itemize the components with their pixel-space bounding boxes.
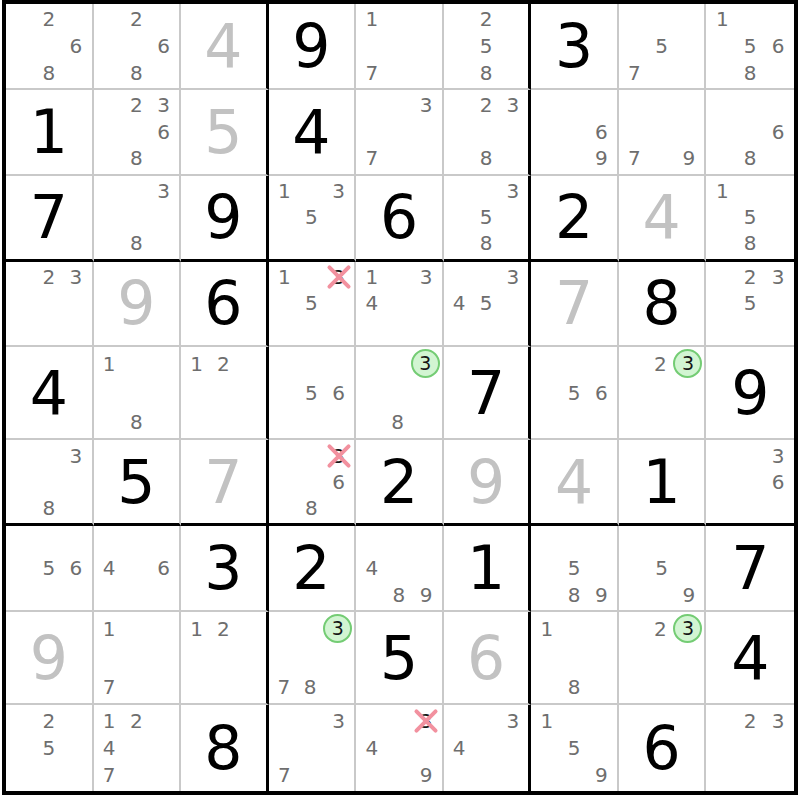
candidate-6[interactable]: 6 — [157, 36, 170, 56]
cell-r8c8[interactable]: 23 — [619, 612, 707, 705]
given-digit: 2 — [555, 187, 593, 247]
cell-r4c3[interactable]: 6 — [181, 262, 269, 348]
circled-candidate-3[interactable]: 3 — [673, 349, 702, 378]
candidate-slot-5: 5 — [35, 558, 62, 578]
cell-r9c8[interactable]: 6 — [619, 705, 707, 791]
candidate-6[interactable]: 6 — [772, 122, 785, 142]
candidate-3[interactable]: 3 — [507, 181, 520, 201]
cell-r7c5[interactable]: 489 — [356, 526, 444, 612]
candidate-3[interactable]: 3 — [772, 711, 785, 731]
candidate-slot-5: 5 — [561, 738, 588, 758]
candidate-slot-8: 8 — [561, 677, 588, 697]
candidate-1[interactable]: 1 — [278, 181, 291, 201]
cell-r2c7[interactable]: 69 — [531, 90, 619, 176]
candidate-5[interactable]: 5 — [480, 207, 493, 227]
candidate-2[interactable]: 2 — [654, 354, 667, 374]
candidate-6[interactable]: 6 — [772, 472, 785, 492]
candidate-slot-6: 6 — [150, 122, 177, 142]
candidate-slot-3: 3 — [413, 711, 440, 731]
candidate-slot-5: 5 — [736, 36, 764, 56]
candidate-4[interactable]: 4 — [453, 293, 466, 313]
candidate-8[interactable]: 8 — [744, 233, 757, 253]
candidate-8[interactable]: 8 — [744, 63, 757, 83]
candidate-5[interactable]: 5 — [305, 383, 318, 403]
candidate-5[interactable]: 5 — [480, 293, 493, 313]
cell-r3c8[interactable]: 4 — [619, 176, 707, 262]
cell-r5c8[interactable]: 23 — [619, 347, 707, 440]
circled-candidate-3[interactable]: 3 — [323, 614, 352, 643]
candidate-slot-3: 3 — [499, 181, 526, 201]
candidate-3[interactable]: 3 — [420, 267, 433, 287]
candidate-slot-5: 5 — [298, 383, 325, 403]
candidate-5[interactable]: 5 — [568, 383, 581, 403]
candidate-slot-3: 3 — [150, 181, 177, 201]
candidate-slot-3: 3 — [413, 95, 440, 115]
given-digit: 2 — [292, 538, 330, 598]
candidate-8[interactable]: 8 — [480, 63, 493, 83]
candidate-slot-7: 7 — [271, 677, 297, 697]
eliminated-candidate-3[interactable]: 3 — [332, 267, 345, 287]
cell-r9c4[interactable]: 37 — [269, 705, 357, 791]
candidate-slot-6: 6 — [764, 122, 792, 142]
cell-r6c8[interactable]: 1 — [619, 440, 707, 526]
cell-r1c6[interactable]: 258 — [444, 4, 532, 90]
cell-r1c8[interactable]: 57 — [619, 4, 707, 90]
candidate-8[interactable]: 8 — [568, 677, 581, 697]
candidate-3[interactable]: 3 — [507, 95, 520, 115]
cell-r7c6[interactable]: 1 — [444, 526, 532, 612]
candidate-1[interactable]: 1 — [190, 619, 203, 639]
candidate-slot-3: 3 — [764, 446, 792, 466]
candidate-slot-8: 8 — [123, 233, 150, 253]
candidate-9[interactable]: 9 — [420, 585, 433, 605]
candidate-1[interactable]: 1 — [103, 354, 116, 374]
candidate-9[interactable]: 9 — [595, 585, 608, 605]
candidate-slot-3: 3 — [411, 349, 440, 378]
solved-digit: 9 — [30, 628, 68, 688]
given-digit: 4 — [731, 628, 769, 688]
candidate-slot-3: 3 — [62, 267, 89, 287]
cell-r8c7[interactable]: 18 — [531, 612, 619, 705]
candidate-3[interactable]: 3 — [420, 95, 433, 115]
candidate-slot-9: 9 — [588, 585, 615, 605]
cell-r1c1[interactable]: 268 — [6, 4, 94, 90]
candidate-5[interactable]: 5 — [42, 738, 55, 758]
cell-r8c1[interactable]: 9 — [6, 612, 94, 705]
eliminated-candidate-3[interactable]: 3 — [332, 446, 345, 466]
candidate-2[interactable]: 2 — [480, 9, 493, 29]
candidate-8[interactable]: 8 — [744, 148, 757, 168]
candidate-2[interactable]: 2 — [744, 711, 757, 731]
cell-r4c8[interactable]: 8 — [619, 262, 707, 348]
candidate-1[interactable]: 1 — [278, 267, 291, 287]
candidate-4[interactable]: 4 — [103, 738, 116, 758]
cell-r3c5[interactable]: 6 — [356, 176, 444, 262]
candidate-5[interactable]: 5 — [568, 558, 581, 578]
candidate-5[interactable]: 5 — [305, 293, 318, 313]
candidate-slot-1: 1 — [533, 619, 560, 639]
candidate-1[interactable]: 1 — [541, 711, 554, 731]
candidate-9[interactable]: 9 — [682, 585, 695, 605]
candidate-8[interactable]: 8 — [480, 233, 493, 253]
solved-digit: 4 — [204, 16, 242, 76]
candidate-5[interactable]: 5 — [744, 207, 757, 227]
candidate-slot-3: 3 — [673, 614, 702, 643]
cell-r5c6[interactable]: 7 — [444, 347, 532, 440]
candidate-slot-2: 2 — [736, 711, 764, 731]
cell-r7c1[interactable]: 56 — [6, 526, 94, 612]
cell-r4c7[interactable]: 7 — [531, 262, 619, 348]
cell-r8c6[interactable]: 6 — [444, 612, 532, 705]
candidate-5[interactable]: 5 — [744, 293, 757, 313]
candidate-9[interactable]: 9 — [420, 765, 433, 785]
candidate-5[interactable]: 5 — [655, 36, 668, 56]
candidate-1[interactable]: 1 — [716, 181, 729, 201]
candidate-4[interactable]: 4 — [365, 293, 378, 313]
candidate-slot-3: 3 — [325, 267, 352, 287]
candidate-slot-8: 8 — [35, 498, 62, 518]
candidate-7[interactable]: 7 — [278, 765, 291, 785]
candidate-5[interactable]: 5 — [568, 738, 581, 758]
candidate-slot-4: 4 — [358, 738, 385, 758]
candidate-slot-9: 9 — [413, 585, 440, 605]
cell-r5c2[interactable]: 18 — [94, 347, 182, 440]
candidate-slot-3: 3 — [62, 446, 89, 466]
candidate-1[interactable]: 1 — [365, 267, 378, 287]
candidate-slot-6: 6 — [764, 472, 792, 492]
eliminated-candidate-3[interactable]: 3 — [420, 711, 433, 731]
candidate-slot-8: 8 — [123, 63, 150, 83]
candidate-2[interactable]: 2 — [217, 354, 230, 374]
candidate-slot-1: 1 — [271, 267, 298, 287]
candidate-3[interactable]: 3 — [157, 181, 170, 201]
given-digit: 8 — [204, 718, 242, 778]
solved-digit: 6 — [467, 628, 505, 688]
candidate-slot-2: 2 — [35, 711, 62, 731]
candidate-slot-7: 7 — [96, 677, 123, 697]
candidate-1[interactable]: 1 — [103, 619, 116, 639]
candidate-slot-3: 3 — [764, 267, 792, 287]
cell-r1c4[interactable]: 9 — [269, 4, 357, 90]
candidate-slot-3: 3 — [499, 711, 526, 731]
candidate-slot-4: 4 — [358, 558, 385, 578]
candidate-slot-1: 1 — [183, 619, 210, 639]
candidate-slot-8: 8 — [123, 412, 150, 432]
candidate-slot-5: 5 — [298, 293, 325, 313]
cell-r3c9[interactable]: 158 — [706, 176, 794, 262]
candidate-slot-5: 5 — [35, 738, 62, 758]
candidate-6[interactable]: 6 — [772, 36, 785, 56]
candidate-3[interactable]: 3 — [507, 711, 520, 731]
cell-r9c9[interactable]: 23 — [706, 705, 794, 791]
circled-candidate-3[interactable]: 3 — [411, 349, 440, 378]
candidate-slot-5: 5 — [736, 293, 764, 313]
candidate-slot-1: 1 — [708, 9, 736, 29]
given-digit: 8 — [643, 273, 681, 333]
candidate-slot-5: 5 — [298, 207, 325, 227]
cell-r3c6[interactable]: 358 — [444, 176, 532, 262]
candidate-2[interactable]: 2 — [744, 267, 757, 287]
cell-r6c5[interactable]: 2 — [356, 440, 444, 526]
candidate-6[interactable]: 6 — [157, 122, 170, 142]
candidate-slot-5: 5 — [561, 558, 588, 578]
candidate-slot-9: 9 — [675, 585, 702, 605]
candidate-slot-6: 6 — [62, 36, 89, 56]
cell-r4c1[interactable]: 23 — [6, 262, 94, 348]
candidate-7[interactable]: 7 — [277, 677, 290, 697]
candidate-slot-5: 5 — [736, 207, 764, 227]
cell-r3c3[interactable]: 9 — [181, 176, 269, 262]
candidate-slot-3: 3 — [764, 711, 792, 731]
candidate-slot-4: 4 — [446, 293, 473, 313]
candidate-slot-6: 6 — [325, 472, 352, 492]
given-digit: 3 — [555, 16, 593, 76]
cell-r9c1[interactable]: 25 — [6, 705, 94, 791]
candidate-5[interactable]: 5 — [655, 558, 668, 578]
candidate-slot-1: 1 — [183, 354, 210, 374]
candidate-slot-2: 2 — [123, 9, 150, 29]
candidate-slot-7: 7 — [621, 148, 648, 168]
candidate-8[interactable]: 8 — [130, 148, 143, 168]
candidate-2[interactable]: 2 — [130, 711, 143, 731]
candidate-9[interactable]: 9 — [595, 765, 608, 785]
given-digit: 1 — [467, 538, 505, 598]
candidate-2[interactable]: 2 — [42, 711, 55, 731]
cell-r5c9[interactable]: 9 — [706, 347, 794, 440]
cell-r6c4[interactable]: 368 — [269, 440, 357, 526]
candidate-2[interactable]: 2 — [130, 95, 143, 115]
candidate-slot-6: 6 — [150, 36, 177, 56]
candidate-7[interactable]: 7 — [103, 765, 116, 785]
cell-r7c4[interactable]: 2 — [269, 526, 357, 612]
candidate-slot-4: 4 — [96, 738, 123, 758]
candidate-1[interactable]: 1 — [541, 619, 554, 639]
given-digit: 7 — [467, 363, 505, 423]
cell-r5c1[interactable]: 4 — [6, 347, 94, 440]
cell-r8c4[interactable]: 378 — [269, 612, 357, 705]
candidate-slot-6: 6 — [764, 36, 792, 56]
candidate-slot-4: 4 — [358, 293, 385, 313]
solved-digit: 4 — [643, 187, 681, 247]
candidate-slot-8: 8 — [385, 585, 412, 605]
candidate-slot-8: 8 — [298, 498, 325, 518]
given-digit: 4 — [292, 102, 330, 162]
cell-r3c2[interactable]: 38 — [94, 176, 182, 262]
candidate-8[interactable]: 8 — [130, 63, 143, 83]
candidate-4[interactable]: 4 — [365, 738, 378, 758]
candidate-3[interactable]: 3 — [772, 267, 785, 287]
cell-r1c7[interactable]: 3 — [531, 4, 619, 90]
candidate-slot-3: 3 — [325, 711, 352, 731]
candidate-7[interactable]: 7 — [365, 148, 378, 168]
candidate-slot-3: 3 — [323, 614, 352, 643]
candidate-slot-1: 1 — [96, 711, 123, 731]
candidate-slot-2: 2 — [736, 267, 764, 287]
candidate-slot-1: 1 — [271, 181, 298, 201]
candidate-slot-7: 7 — [358, 148, 385, 168]
candidate-2[interactable]: 2 — [130, 9, 143, 29]
candidate-3[interactable]: 3 — [332, 181, 345, 201]
candidate-5[interactable]: 5 — [480, 36, 493, 56]
cell-r6c9[interactable]: 36 — [706, 440, 794, 526]
candidate-slot-8: 8 — [473, 148, 500, 168]
candidate-1[interactable]: 1 — [716, 9, 729, 29]
cell-r7c7[interactable]: 589 — [531, 526, 619, 612]
cell-r9c6[interactable]: 34 — [444, 705, 532, 791]
candidate-7[interactable]: 7 — [628, 148, 641, 168]
candidate-2[interactable]: 2 — [480, 95, 493, 115]
candidate-slot-1: 1 — [358, 9, 385, 29]
given-digit: 1 — [643, 452, 681, 512]
candidate-8[interactable]: 8 — [304, 677, 317, 697]
candidate-5[interactable]: 5 — [744, 36, 757, 56]
cell-r3c7[interactable]: 2 — [531, 176, 619, 262]
cell-r8c3[interactable]: 12 — [181, 612, 269, 705]
candidate-8[interactable]: 8 — [42, 63, 55, 83]
cell-r6c1[interactable]: 38 — [6, 440, 94, 526]
candidate-1[interactable]: 1 — [190, 354, 203, 374]
cell-r2c4[interactable]: 4 — [269, 90, 357, 176]
candidate-1[interactable]: 1 — [103, 711, 116, 731]
candidate-8[interactable]: 8 — [305, 498, 318, 518]
candidate-slot-8: 8 — [736, 233, 764, 253]
candidate-slot-8: 8 — [561, 585, 588, 605]
cell-r1c2[interactable]: 268 — [94, 4, 182, 90]
candidate-8[interactable]: 8 — [568, 585, 581, 605]
candidate-3[interactable]: 3 — [70, 446, 83, 466]
candidate-6[interactable]: 6 — [70, 558, 83, 578]
candidate-slot-2: 2 — [473, 9, 500, 29]
candidate-9[interactable]: 9 — [682, 148, 695, 168]
candidate-slot-3: 3 — [413, 267, 440, 287]
candidate-5[interactable]: 5 — [42, 558, 55, 578]
cell-r1c5[interactable]: 17 — [356, 4, 444, 90]
candidate-6[interactable]: 6 — [70, 36, 83, 56]
candidate-slot-4: 4 — [96, 558, 123, 578]
cell-r5c5[interactable]: 38 — [356, 347, 444, 440]
candidate-5[interactable]: 5 — [305, 207, 318, 227]
cell-r2c6[interactable]: 238 — [444, 90, 532, 176]
cell-r6c3[interactable]: 7 — [181, 440, 269, 526]
candidate-slot-8: 8 — [384, 412, 410, 432]
candidate-slot-2: 2 — [647, 354, 673, 374]
cell-r9c2[interactable]: 1247 — [94, 705, 182, 791]
solved-digit: 9 — [467, 452, 505, 512]
candidate-slot-4: 4 — [446, 738, 473, 758]
cell-r5c3[interactable]: 12 — [181, 347, 269, 440]
candidate-2[interactable]: 2 — [217, 619, 230, 639]
cell-r1c3[interactable]: 4 — [181, 4, 269, 90]
candidate-2[interactable]: 2 — [42, 267, 55, 287]
candidate-9[interactable]: 9 — [595, 148, 608, 168]
candidate-slot-9: 9 — [588, 148, 615, 168]
candidate-3[interactable]: 3 — [157, 95, 170, 115]
cell-r8c2[interactable]: 17 — [94, 612, 182, 705]
candidate-8[interactable]: 8 — [42, 498, 55, 518]
cell-r4c9[interactable]: 235 — [706, 262, 794, 348]
given-digit: 9 — [292, 16, 330, 76]
cell-r1c9[interactable]: 1568 — [706, 4, 794, 90]
cell-r6c7[interactable]: 4 — [531, 440, 619, 526]
candidate-slot-8: 8 — [473, 63, 500, 83]
cell-r2c9[interactable]: 68 — [706, 90, 794, 176]
cell-r4c5[interactable]: 134 — [356, 262, 444, 348]
cell-r5c4[interactable]: 56 — [269, 347, 357, 440]
candidate-7[interactable]: 7 — [365, 63, 378, 83]
candidate-8[interactable]: 8 — [391, 412, 404, 432]
given-digit: 9 — [204, 187, 242, 247]
candidate-slot-6: 6 — [588, 383, 615, 403]
cell-r2c8[interactable]: 79 — [619, 90, 707, 176]
candidate-1[interactable]: 1 — [365, 9, 378, 29]
cell-r7c3[interactable]: 3 — [181, 526, 269, 612]
candidate-8[interactable]: 8 — [480, 148, 493, 168]
cell-r6c6[interactable]: 9 — [444, 440, 532, 526]
candidate-slot-8: 8 — [736, 63, 764, 83]
candidate-3[interactable]: 3 — [332, 711, 345, 731]
cell-r4c4[interactable]: 135 — [269, 262, 357, 348]
cell-r9c5[interactable]: 349 — [356, 705, 444, 791]
cell-r5c7[interactable]: 56 — [531, 347, 619, 440]
cell-r4c2[interactable]: 9 — [94, 262, 182, 348]
candidate-slot-2: 2 — [647, 619, 673, 639]
candidate-8[interactable]: 8 — [130, 233, 143, 253]
cell-r3c4[interactable]: 135 — [269, 176, 357, 262]
candidate-6[interactable]: 6 — [157, 558, 170, 578]
candidate-4[interactable]: 4 — [453, 738, 466, 758]
solved-digit: 4 — [555, 452, 593, 512]
cell-r8c5[interactable]: 5 — [356, 612, 444, 705]
candidate-6[interactable]: 6 — [332, 383, 345, 403]
cell-r7c2[interactable]: 46 — [94, 526, 182, 612]
cell-r2c3[interactable]: 5 — [181, 90, 269, 176]
candidate-7[interactable]: 7 — [103, 677, 116, 697]
candidate-4[interactable]: 4 — [103, 558, 116, 578]
candidate-7[interactable]: 7 — [628, 63, 641, 83]
cell-r2c1[interactable]: 1 — [6, 90, 94, 176]
candidate-6[interactable]: 6 — [332, 472, 345, 492]
given-digit: 5 — [380, 628, 418, 688]
given-digit: 7 — [731, 538, 769, 598]
cell-r8c9[interactable]: 4 — [706, 612, 794, 705]
cell-r3c1[interactable]: 7 — [6, 176, 94, 262]
circled-candidate-3[interactable]: 3 — [673, 614, 702, 643]
cell-r6c2[interactable]: 5 — [94, 440, 182, 526]
cell-r7c9[interactable]: 7 — [706, 526, 794, 612]
candidate-slot-8: 8 — [123, 148, 150, 168]
cell-r9c7[interactable]: 159 — [531, 705, 619, 791]
candidate-2[interactable]: 2 — [654, 619, 667, 639]
cell-r9c3[interactable]: 8 — [181, 705, 269, 791]
given-digit: 5 — [117, 452, 155, 512]
cell-r2c5[interactable]: 37 — [356, 90, 444, 176]
candidate-slot-6: 6 — [588, 122, 615, 142]
candidate-3[interactable]: 3 — [772, 446, 785, 466]
candidate-6[interactable]: 6 — [595, 383, 608, 403]
candidate-4[interactable]: 4 — [365, 558, 378, 578]
cell-r2c2[interactable]: 2368 — [94, 90, 182, 176]
candidate-8[interactable]: 8 — [130, 412, 143, 432]
candidate-slot-7: 7 — [358, 63, 385, 83]
candidate-slot-2: 2 — [210, 619, 237, 639]
candidate-3[interactable]: 3 — [70, 267, 83, 287]
cell-r4c6[interactable]: 345 — [444, 262, 532, 348]
cell-r7c8[interactable]: 59 — [619, 526, 707, 612]
candidate-2[interactable]: 2 — [42, 9, 55, 29]
candidate-3[interactable]: 3 — [507, 267, 520, 287]
candidate-8[interactable]: 8 — [393, 585, 406, 605]
candidate-6[interactable]: 6 — [595, 122, 608, 142]
